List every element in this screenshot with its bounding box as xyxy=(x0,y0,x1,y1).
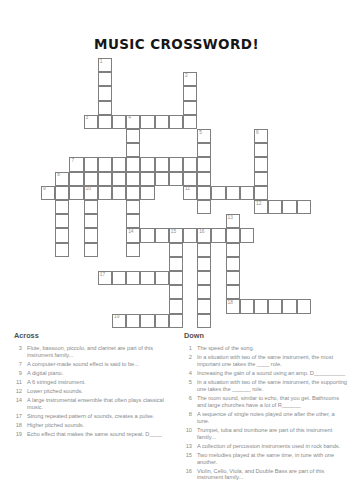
clue-text: A large instrumental ensemble that often… xyxy=(27,397,179,411)
grid-cell[interactable] xyxy=(197,243,211,257)
grid-cell[interactable] xyxy=(126,172,140,186)
grid-cell[interactable] xyxy=(254,143,268,157)
clue-across-12: 12Lower pitched sounds. xyxy=(12,388,179,395)
cell-clue-number: 15 xyxy=(171,229,176,235)
grid-cell[interactable] xyxy=(197,143,211,157)
clue-number: 2 xyxy=(182,354,192,368)
clue-down-1: 1The speed of the song. xyxy=(182,345,348,352)
clue-down-6: 6The room sound, similar to echo, that y… xyxy=(182,395,348,409)
clue-down-10: 10Trumpet, tuba and trombone are part of… xyxy=(182,427,348,441)
clue-across-3: 3Flute, bassoon, piccolo, and clarinet a… xyxy=(12,345,179,359)
grid-cell[interactable]: 12 xyxy=(254,200,268,214)
grid-cell[interactable] xyxy=(112,157,126,171)
grid-cell[interactable] xyxy=(297,299,311,313)
grid-cell[interactable] xyxy=(126,186,140,200)
clue-number: 9 xyxy=(12,370,22,377)
grid-cell[interactable] xyxy=(112,115,126,129)
grid-cell[interactable]: 15 xyxy=(169,228,183,242)
grid-cell[interactable]: 6 xyxy=(254,129,268,143)
grid-cell[interactable] xyxy=(254,299,268,313)
grid-cell[interactable] xyxy=(140,228,154,242)
clue-number: 16 xyxy=(182,468,192,482)
grid-cell[interactable]: 3 xyxy=(84,115,98,129)
grid-cell[interactable] xyxy=(126,157,140,171)
grid-cell[interactable]: 2 xyxy=(183,72,197,86)
grid-cell[interactable] xyxy=(197,285,211,299)
cell-clue-number: 14 xyxy=(128,229,133,235)
grid-cell[interactable] xyxy=(112,271,126,285)
grid-cell[interactable] xyxy=(84,243,98,257)
grid-cell[interactable] xyxy=(126,243,140,257)
grid-cell[interactable] xyxy=(155,314,169,328)
across-clue-list: 3Flute, bassoon, piccolo, and clarinet a… xyxy=(12,345,179,438)
clue-number: 13 xyxy=(182,443,192,450)
cell-clue-number: 10 xyxy=(86,186,91,192)
grid-cell[interactable]: 18 xyxy=(226,299,240,313)
clue-number: 8 xyxy=(182,411,192,425)
grid-cell[interactable] xyxy=(155,115,169,129)
grid-cell[interactable] xyxy=(282,299,296,313)
grid-cell[interactable]: 13 xyxy=(226,214,240,228)
grid-cell[interactable] xyxy=(98,172,112,186)
cell-clue-number: 2 xyxy=(185,73,188,79)
clue-number: 14 xyxy=(12,397,22,411)
clue-text: Violin, Cello, Viola, and Double Bass ar… xyxy=(197,468,348,482)
grid-cell[interactable] xyxy=(226,186,240,200)
grid-cell[interactable]: 1 xyxy=(98,58,112,72)
grid-cell[interactable] xyxy=(98,115,112,129)
grid-cell[interactable] xyxy=(84,200,98,214)
clue-across-11: 11A 6 stringed instrument. xyxy=(12,379,179,386)
grid-cell[interactable]: 7 xyxy=(69,157,83,171)
grid-cell[interactable] xyxy=(282,200,296,214)
clue-text: Trumpet, tuba and trombone are part of t… xyxy=(197,427,348,441)
clue-text: Lower pitched sounds. xyxy=(27,388,179,395)
clue-number: 15 xyxy=(182,452,192,466)
grid-cell[interactable] xyxy=(226,257,240,271)
grid-cell[interactable] xyxy=(197,157,211,171)
grid-cell[interactable]: 11 xyxy=(183,186,197,200)
grid-cell[interactable] xyxy=(112,172,126,186)
clue-number: 5 xyxy=(182,379,192,393)
cell-clue-number: 12 xyxy=(256,201,261,207)
clue-text: Flute, bassoon, piccolo, and clarinet ar… xyxy=(27,345,179,359)
grid-cell[interactable]: 4 xyxy=(126,115,140,129)
grid-cell[interactable] xyxy=(126,143,140,157)
clue-text: The room sound, similar to echo, that yo… xyxy=(197,395,348,409)
grid-cell[interactable] xyxy=(169,257,183,271)
clue-down-13: 13A collection of percussion instruments… xyxy=(182,443,348,450)
grid-cell[interactable] xyxy=(169,115,183,129)
grid-cell[interactable] xyxy=(98,157,112,171)
grid-cell[interactable] xyxy=(254,157,268,171)
crossword-grid: 12345678910111213141516171819 xyxy=(0,0,353,335)
grid-cell[interactable] xyxy=(140,157,154,171)
clue-number: 18 xyxy=(12,422,22,429)
grid-cell[interactable] xyxy=(254,186,268,200)
clue-number: 19 xyxy=(12,431,22,438)
grid-cell[interactable]: 14 xyxy=(126,228,140,242)
grid-cell[interactable] xyxy=(226,285,240,299)
grid-cell[interactable]: 8 xyxy=(55,172,69,186)
clue-text: In a situation with two of the same inst… xyxy=(197,354,348,368)
grid-cell[interactable] xyxy=(126,214,140,228)
grid-cell[interactable] xyxy=(169,243,183,257)
grid-cell[interactable] xyxy=(183,157,197,171)
clue-text: Increasing the gain of a sound using an … xyxy=(197,370,348,377)
clue-across-17: 17Strong repeated pattern of sounds, cre… xyxy=(12,413,179,420)
grid-cell[interactable]: 10 xyxy=(84,186,98,200)
grid-cell[interactable] xyxy=(197,172,211,186)
clue-number: 17 xyxy=(12,413,22,420)
clue-across-9: 9A digital piano. xyxy=(12,370,179,377)
cell-clue-number: 4 xyxy=(128,115,131,121)
grid-cell[interactable] xyxy=(226,228,240,242)
grid-cell[interactable] xyxy=(126,129,140,143)
grid-cell[interactable] xyxy=(84,157,98,171)
grid-cell[interactable] xyxy=(155,271,169,285)
clue-text: A collection of percussion instruments u… xyxy=(197,443,348,450)
cell-clue-number: 8 xyxy=(57,172,60,178)
grid-cell[interactable] xyxy=(197,314,211,328)
clue-down-15: 15Two melodies played at the same time, … xyxy=(182,452,348,466)
grid-cell[interactable] xyxy=(169,271,183,285)
clue-text: Higher pitched sounds. xyxy=(27,422,179,429)
grid-cell[interactable] xyxy=(183,228,197,242)
grid-cell[interactable] xyxy=(169,299,183,313)
clue-across-19: 19Echo effect that makes the same sound … xyxy=(12,431,179,438)
cell-clue-number: 9 xyxy=(43,186,46,192)
grid-cell[interactable] xyxy=(98,101,112,115)
cell-clue-number: 7 xyxy=(71,158,74,164)
grid-cell[interactable] xyxy=(155,172,169,186)
grid-cell[interactable] xyxy=(84,172,98,186)
grid-cell[interactable] xyxy=(140,172,154,186)
grid-cell[interactable] xyxy=(126,314,140,328)
clue-down-4: 4Increasing the gain of a sound using an… xyxy=(182,370,348,377)
grid-cell[interactable] xyxy=(98,72,112,86)
grid-cell[interactable] xyxy=(197,257,211,271)
grid-cell[interactable] xyxy=(169,172,183,186)
grid-cell[interactable] xyxy=(112,186,126,200)
grid-cell[interactable] xyxy=(140,271,154,285)
clue-across-7: 7A computer-made sound effect is said to… xyxy=(12,361,179,368)
clue-text: Strong repeated pattern of sounds, creat… xyxy=(27,413,179,420)
clue-down-16: 16Violin, Cello, Viola, and Double Bass … xyxy=(182,468,348,482)
grid-cell[interactable]: 16 xyxy=(197,228,211,242)
grid-cell[interactable] xyxy=(268,200,282,214)
cell-clue-number: 18 xyxy=(228,300,233,306)
clue-down-5: 5In a situation with two of the same ins… xyxy=(182,379,348,393)
grid-cell[interactable] xyxy=(197,186,211,200)
clue-down-2: 2In a situation with two of the same ins… xyxy=(182,354,348,368)
grid-cell[interactable] xyxy=(169,157,183,171)
grid-cell[interactable] xyxy=(55,243,69,257)
grid-cell[interactable]: 19 xyxy=(112,314,126,328)
cell-clue-number: 11 xyxy=(185,186,190,192)
clue-number: 4 xyxy=(182,370,192,377)
cell-clue-number: 13 xyxy=(228,215,233,221)
grid-cell[interactable] xyxy=(126,200,140,214)
cell-clue-number: 6 xyxy=(256,130,259,136)
grid-cell[interactable] xyxy=(126,271,140,285)
grid-cell[interactable] xyxy=(197,299,211,313)
grid-cell[interactable] xyxy=(98,86,112,100)
clue-number: 12 xyxy=(12,388,22,395)
grid-cell[interactable] xyxy=(169,285,183,299)
clue-number: 7 xyxy=(12,361,22,368)
grid-cell[interactable] xyxy=(98,186,112,200)
grid-cell[interactable]: 9 xyxy=(41,186,55,200)
grid-cell[interactable] xyxy=(211,228,225,242)
cell-clue-number: 5 xyxy=(199,130,202,136)
grid-cell[interactable] xyxy=(84,228,98,242)
grid-cell[interactable] xyxy=(140,186,154,200)
clue-across-18: 18Higher pitched sounds. xyxy=(12,422,179,429)
grid-cell[interactable] xyxy=(55,214,69,228)
grid-cell[interactable] xyxy=(69,172,83,186)
down-clue-list: 1The speed of the song.2In a situation w… xyxy=(182,345,348,481)
clue-text: Two melodies played at the same time, in… xyxy=(197,452,348,466)
clue-text: A 6 stringed instrument. xyxy=(27,379,179,386)
grid-cell[interactable] xyxy=(211,186,225,200)
grid-cell[interactable] xyxy=(226,271,240,285)
cell-clue-number: 17 xyxy=(100,272,105,278)
clue-number: 6 xyxy=(182,395,192,409)
grid-cell[interactable] xyxy=(183,101,197,115)
grid-cell[interactable]: 17 xyxy=(98,271,112,285)
cell-clue-number: 19 xyxy=(114,314,119,320)
grid-cell[interactable]: 5 xyxy=(197,129,211,143)
grid-cell[interactable] xyxy=(240,299,254,313)
grid-cell[interactable] xyxy=(268,299,282,313)
grid-cell[interactable] xyxy=(240,186,254,200)
clue-across-14: 14A large instrumental ensemble that oft… xyxy=(12,397,179,411)
grid-cell[interactable] xyxy=(183,115,197,129)
grid-cell[interactable] xyxy=(55,228,69,242)
down-header: Down xyxy=(184,331,348,340)
cell-clue-number: 3 xyxy=(86,115,89,121)
grid-cell[interactable] xyxy=(197,271,211,285)
across-clues-section: Across 3Flute, bassoon, piccolo, and cla… xyxy=(12,331,179,440)
cell-clue-number: 16 xyxy=(199,229,204,235)
clue-text: Echo effect that makes the same sound re… xyxy=(27,431,179,438)
grid-cell[interactable] xyxy=(140,115,154,129)
grid-cell[interactable] xyxy=(55,200,69,214)
grid-cell[interactable] xyxy=(183,172,197,186)
grid-cell[interactable] xyxy=(55,186,69,200)
cell-clue-number: 1 xyxy=(100,59,103,65)
grid-cell[interactable] xyxy=(69,186,83,200)
grid-cell[interactable] xyxy=(226,243,240,257)
clue-text: A sequence of single notes played one af… xyxy=(197,411,348,425)
clue-text: The speed of the song. xyxy=(197,345,348,352)
clue-number: 1 xyxy=(182,345,192,352)
clue-down-8: 8A sequence of single notes played one a… xyxy=(182,411,348,425)
across-header: Across xyxy=(14,331,179,340)
grid-cell[interactable] xyxy=(254,172,268,186)
clue-number: 11 xyxy=(12,379,22,386)
grid-cell[interactable] xyxy=(140,314,154,328)
grid-cell[interactable] xyxy=(197,200,211,214)
clue-text: A digital piano. xyxy=(27,370,179,377)
grid-cell[interactable] xyxy=(169,314,183,328)
clue-text: A computer-made sound effect is said to … xyxy=(27,361,179,368)
grid-cell[interactable] xyxy=(240,228,254,242)
grid-cell[interactable] xyxy=(297,200,311,214)
clue-text: In a situation with two of the same inst… xyxy=(197,379,348,393)
grid-cell[interactable] xyxy=(155,228,169,242)
clue-number: 10 xyxy=(182,427,192,441)
grid-cell[interactable] xyxy=(84,214,98,228)
down-clues-section: Down 1The speed of the song.2In a situat… xyxy=(182,331,348,484)
grid-cell[interactable] xyxy=(183,86,197,100)
clue-number: 3 xyxy=(12,345,22,359)
grid-cell[interactable] xyxy=(155,157,169,171)
worksheet-page: MUSIC CROSSWORD! 12345678910111213141516… xyxy=(0,0,353,500)
